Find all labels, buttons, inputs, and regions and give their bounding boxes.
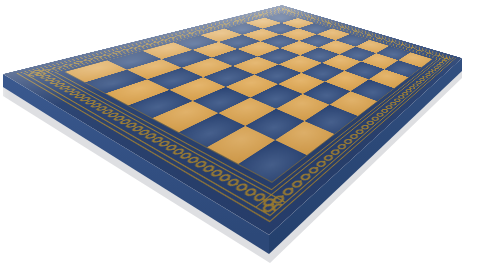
photo-background <box>0 0 480 277</box>
